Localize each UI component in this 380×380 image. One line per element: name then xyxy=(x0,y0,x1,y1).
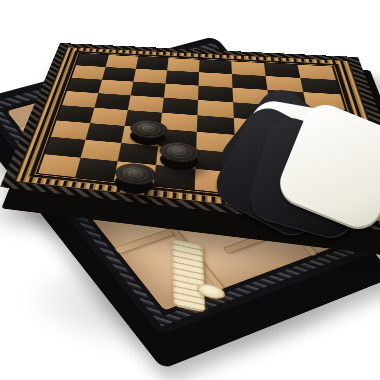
tray-wall xyxy=(115,230,173,254)
board-square xyxy=(75,158,117,181)
board-square xyxy=(38,154,81,177)
board-game-photo xyxy=(0,0,380,380)
board-square xyxy=(154,165,196,190)
stored-checker-stack xyxy=(172,238,205,312)
